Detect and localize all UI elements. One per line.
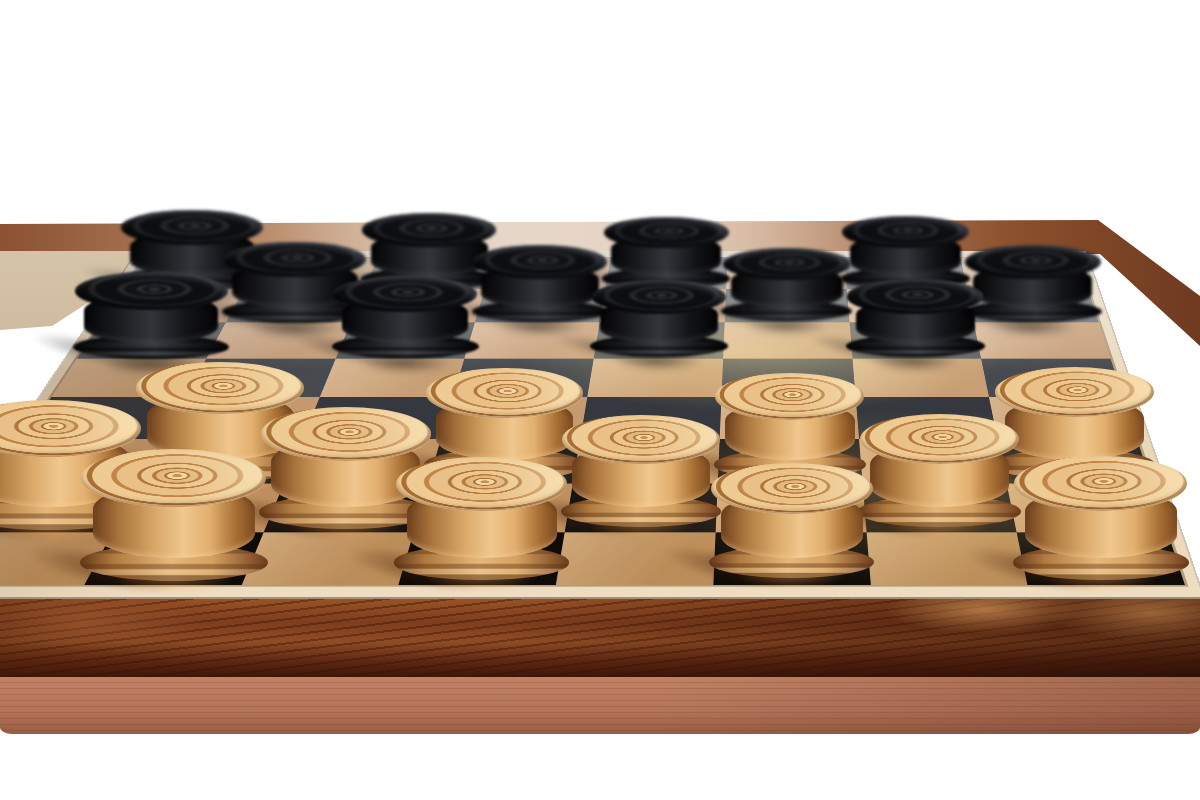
- piece-top-face: [592, 280, 727, 314]
- black-man-d7[interactable]: [472, 245, 609, 322]
- piece-top-face: [396, 457, 567, 511]
- black-man-e8[interactable]: [602, 217, 730, 289]
- black-man-e6[interactable]: [590, 280, 727, 357]
- piece-top-face: [842, 216, 969, 248]
- piece-top-face: [75, 272, 228, 310]
- piece-top-face: [362, 213, 495, 247]
- piece-top-face: [261, 407, 431, 460]
- piece-top-face: [965, 245, 1100, 279]
- black-man-a6[interactable]: [73, 272, 229, 359]
- white-man-b1[interactable]: [80, 449, 268, 581]
- piece-top-face: [562, 415, 719, 464]
- black-man-f7[interactable]: [721, 248, 852, 321]
- frame-near-face: [0, 677, 1200, 734]
- white-man-e2[interactable]: [561, 415, 721, 527]
- piece-top-face: [473, 245, 607, 279]
- piece-top-face: [1014, 456, 1187, 510]
- black-man-g6[interactable]: [846, 279, 985, 357]
- white-man-d1[interactable]: [394, 457, 568, 579]
- piece-top-face: [847, 279, 983, 313]
- white-man-g2[interactable]: [858, 414, 1020, 528]
- piece-top-face: [333, 276, 477, 312]
- piece-top-face: [121, 210, 262, 246]
- piece-top-face: [860, 414, 1019, 464]
- piece-top-face: [723, 248, 851, 280]
- white-man-h1[interactable]: [1013, 456, 1190, 580]
- black-man-g8[interactable]: [841, 216, 970, 288]
- frame-near-bevel: [0, 597, 1200, 677]
- piece-top-face: [81, 449, 265, 507]
- piece-top-face: [426, 368, 583, 417]
- checkers-photo-scene: [0, 0, 1200, 800]
- white-man-f1[interactable]: [709, 463, 874, 579]
- board-frame-near: [0, 597, 1200, 734]
- piece-top-face: [995, 367, 1153, 417]
- piece-top-face: [711, 463, 873, 514]
- piece-top-face: [715, 373, 864, 420]
- black-man-c6[interactable]: [332, 276, 479, 358]
